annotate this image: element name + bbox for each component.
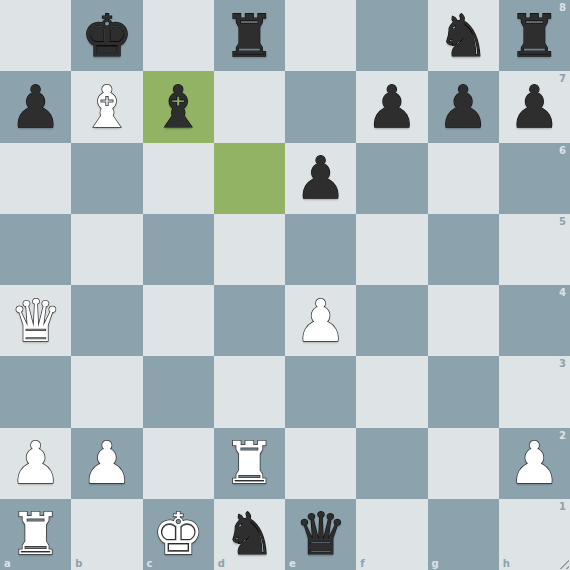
piece-black-pawn-e6[interactable]: ♟ bbox=[285, 143, 356, 214]
piece-black-rook-d8[interactable]: ♜ bbox=[214, 0, 285, 71]
piece-black-queen-e1[interactable]: ♛ bbox=[285, 499, 356, 570]
square-a3[interactable] bbox=[0, 356, 71, 427]
square-b5[interactable] bbox=[71, 214, 142, 285]
piece-white-pawn-b2[interactable]: ♟ bbox=[71, 428, 142, 499]
square-b4[interactable] bbox=[71, 285, 142, 356]
square-h1[interactable]: 1h bbox=[499, 499, 570, 570]
square-d6[interactable] bbox=[214, 143, 285, 214]
chess-board: ♚♜♞♜8♟♝♝♟♟♟7♟65♛♟43♟♟♜♟2♜ab♚c♞d♛efg1h bbox=[0, 0, 570, 570]
square-c8[interactable] bbox=[143, 0, 214, 71]
square-e7[interactable] bbox=[285, 71, 356, 142]
square-f4[interactable] bbox=[356, 285, 427, 356]
piece-white-bishop-b7[interactable]: ♝ bbox=[71, 71, 142, 142]
square-g4[interactable] bbox=[428, 285, 499, 356]
piece-black-king-b8[interactable]: ♚ bbox=[71, 0, 142, 71]
square-e1[interactable]: ♛e bbox=[285, 499, 356, 570]
square-b6[interactable] bbox=[71, 143, 142, 214]
square-h7[interactable]: ♟7 bbox=[499, 71, 570, 142]
piece-white-rook-d2[interactable]: ♜ bbox=[214, 428, 285, 499]
square-f5[interactable] bbox=[356, 214, 427, 285]
piece-white-queen-a4[interactable]: ♛ bbox=[0, 285, 71, 356]
square-g2[interactable] bbox=[428, 428, 499, 499]
square-h5[interactable]: 5 bbox=[499, 214, 570, 285]
square-a6[interactable] bbox=[0, 143, 71, 214]
file-label-f: f bbox=[360, 558, 364, 569]
square-g1[interactable]: g bbox=[428, 499, 499, 570]
piece-black-bishop-c7[interactable]: ♝ bbox=[143, 71, 214, 142]
square-h2[interactable]: ♟2 bbox=[499, 428, 570, 499]
square-d5[interactable] bbox=[214, 214, 285, 285]
piece-black-pawn-h7[interactable]: ♟ bbox=[499, 71, 570, 142]
square-b3[interactable] bbox=[71, 356, 142, 427]
square-a1[interactable]: ♜a bbox=[0, 499, 71, 570]
square-h3[interactable]: 3 bbox=[499, 356, 570, 427]
square-d7[interactable] bbox=[214, 71, 285, 142]
square-b2[interactable]: ♟ bbox=[71, 428, 142, 499]
square-a5[interactable] bbox=[0, 214, 71, 285]
piece-white-pawn-a2[interactable]: ♟ bbox=[0, 428, 71, 499]
square-c5[interactable] bbox=[143, 214, 214, 285]
file-label-h: h bbox=[503, 558, 510, 569]
piece-black-pawn-a7[interactable]: ♟ bbox=[0, 71, 71, 142]
rank-label-1: 1 bbox=[559, 501, 566, 512]
square-h6[interactable]: 6 bbox=[499, 143, 570, 214]
piece-black-pawn-g7[interactable]: ♟ bbox=[428, 71, 499, 142]
square-d3[interactable] bbox=[214, 356, 285, 427]
piece-black-pawn-f7[interactable]: ♟ bbox=[356, 71, 427, 142]
square-f1[interactable]: f bbox=[356, 499, 427, 570]
square-f8[interactable] bbox=[356, 0, 427, 71]
square-b7[interactable]: ♝ bbox=[71, 71, 142, 142]
rank-label-6: 6 bbox=[559, 145, 566, 156]
square-a8[interactable] bbox=[0, 0, 71, 71]
square-f3[interactable] bbox=[356, 356, 427, 427]
rank-label-4: 4 bbox=[559, 287, 566, 298]
square-e4[interactable]: ♟ bbox=[285, 285, 356, 356]
square-f6[interactable] bbox=[356, 143, 427, 214]
square-h8[interactable]: ♜8 bbox=[499, 0, 570, 71]
square-c7[interactable]: ♝ bbox=[143, 71, 214, 142]
square-c4[interactable] bbox=[143, 285, 214, 356]
square-d2[interactable]: ♜ bbox=[214, 428, 285, 499]
square-a2[interactable]: ♟ bbox=[0, 428, 71, 499]
square-d4[interactable] bbox=[214, 285, 285, 356]
piece-white-rook-a1[interactable]: ♜ bbox=[0, 499, 71, 570]
rank-label-3: 3 bbox=[559, 358, 566, 369]
square-b1[interactable]: b bbox=[71, 499, 142, 570]
square-e6[interactable]: ♟ bbox=[285, 143, 356, 214]
square-c2[interactable] bbox=[143, 428, 214, 499]
square-e5[interactable] bbox=[285, 214, 356, 285]
square-f2[interactable] bbox=[356, 428, 427, 499]
square-g3[interactable] bbox=[428, 356, 499, 427]
square-c6[interactable] bbox=[143, 143, 214, 214]
piece-white-pawn-e4[interactable]: ♟ bbox=[285, 285, 356, 356]
square-a4[interactable]: ♛ bbox=[0, 285, 71, 356]
file-label-g: g bbox=[432, 558, 439, 569]
piece-black-rook-h8[interactable]: ♜ bbox=[499, 0, 570, 71]
square-g5[interactable] bbox=[428, 214, 499, 285]
square-c3[interactable] bbox=[143, 356, 214, 427]
piece-black-knight-g8[interactable]: ♞ bbox=[428, 0, 499, 71]
square-b8[interactable]: ♚ bbox=[71, 0, 142, 71]
rank-label-5: 5 bbox=[559, 216, 566, 227]
square-a7[interactable]: ♟ bbox=[0, 71, 71, 142]
square-e2[interactable] bbox=[285, 428, 356, 499]
square-e3[interactable] bbox=[285, 356, 356, 427]
piece-white-king-c1[interactable]: ♚ bbox=[143, 499, 214, 570]
piece-black-knight-d1[interactable]: ♞ bbox=[214, 499, 285, 570]
file-label-b: b bbox=[75, 558, 82, 569]
square-d1[interactable]: ♞d bbox=[214, 499, 285, 570]
piece-white-pawn-h2[interactable]: ♟ bbox=[499, 428, 570, 499]
square-g6[interactable] bbox=[428, 143, 499, 214]
square-g7[interactable]: ♟ bbox=[428, 71, 499, 142]
square-c1[interactable]: ♚c bbox=[143, 499, 214, 570]
square-d8[interactable]: ♜ bbox=[214, 0, 285, 71]
square-e8[interactable] bbox=[285, 0, 356, 71]
square-f7[interactable]: ♟ bbox=[356, 71, 427, 142]
square-g8[interactable]: ♞ bbox=[428, 0, 499, 71]
square-h4[interactable]: 4 bbox=[499, 285, 570, 356]
